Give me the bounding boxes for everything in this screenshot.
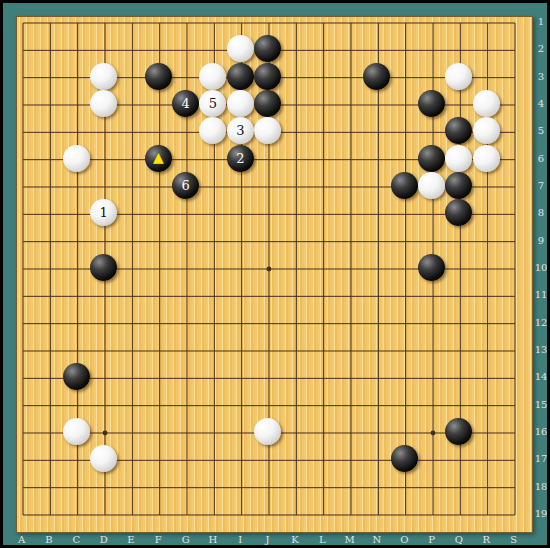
row-label-16: 16 — [533, 418, 549, 445]
column-label-Q: Q — [445, 533, 472, 547]
column-label-I: I — [227, 533, 254, 547]
stone-C14[interactable] — [63, 363, 90, 390]
column-label-S: S — [500, 533, 527, 547]
stone-Q3[interactable] — [445, 63, 472, 90]
column-label-H: H — [199, 533, 226, 547]
stone-D8[interactable]: 1 — [90, 199, 117, 226]
stone-P10[interactable] — [418, 254, 445, 281]
stone-Q8[interactable] — [445, 199, 472, 226]
stone-N3[interactable] — [363, 63, 390, 90]
column-label-B: B — [35, 533, 62, 547]
column-label-C: C — [63, 533, 90, 547]
stone-D4[interactable] — [90, 90, 117, 117]
move-number: 3 — [236, 124, 244, 137]
column-label-G: G — [172, 533, 199, 547]
stone-J16[interactable] — [254, 418, 281, 445]
stone-I2[interactable] — [227, 35, 254, 62]
row-label-18: 18 — [533, 473, 549, 500]
column-label-L: L — [309, 533, 336, 547]
column-label-D: D — [90, 533, 117, 547]
row-label-10: 10 — [533, 254, 549, 281]
row-label-4: 4 — [533, 90, 549, 117]
row-label-2: 2 — [533, 35, 549, 62]
column-label-P: P — [418, 533, 445, 547]
stone-H4[interactable]: 5 — [199, 90, 226, 117]
stone-Q6[interactable] — [445, 145, 472, 172]
stone-H5[interactable] — [199, 117, 226, 144]
stone-J5[interactable] — [254, 117, 281, 144]
stone-R4[interactable] — [473, 90, 500, 117]
column-label-E: E — [117, 533, 144, 547]
stone-F3[interactable] — [145, 63, 172, 90]
triangle-marker-icon: ▲ — [153, 150, 164, 164]
move-number: 6 — [181, 179, 189, 192]
stone-O17[interactable] — [391, 445, 418, 472]
stone-G4[interactable]: 4 — [172, 90, 199, 117]
stone-J4[interactable] — [254, 90, 281, 117]
stone-D10[interactable] — [90, 254, 117, 281]
stone-P7[interactable] — [418, 172, 445, 199]
column-label-O: O — [391, 533, 418, 547]
stone-C16[interactable] — [63, 418, 90, 445]
row-label-17: 17 — [533, 445, 549, 472]
stone-P4[interactable] — [418, 90, 445, 117]
row-label-15: 15 — [533, 391, 549, 418]
column-label-K: K — [281, 533, 308, 547]
row-label-5: 5 — [533, 117, 549, 144]
stones-layer: 453▲261 — [8, 8, 528, 528]
column-label-N: N — [363, 533, 390, 547]
column-label-J: J — [254, 533, 281, 547]
row-label-9: 9 — [533, 227, 549, 254]
stone-J2[interactable] — [254, 35, 281, 62]
stone-Q7[interactable] — [445, 172, 472, 199]
stone-I3[interactable] — [227, 63, 254, 90]
stone-D3[interactable] — [90, 63, 117, 90]
stone-I6[interactable]: 2 — [227, 145, 254, 172]
stone-R5[interactable] — [473, 117, 500, 144]
stone-P6[interactable] — [418, 145, 445, 172]
row-labels: 12345678910111213141516171819 — [533, 8, 549, 528]
stone-R6[interactable] — [473, 145, 500, 172]
column-labels: ABCDEFGHIJKLMNOPQRS — [8, 533, 528, 547]
column-label-F: F — [145, 533, 172, 547]
row-label-3: 3 — [533, 63, 549, 90]
row-label-14: 14 — [533, 363, 549, 390]
move-number: 4 — [181, 97, 189, 110]
row-label-1: 1 — [533, 8, 549, 35]
stone-I4[interactable] — [227, 90, 254, 117]
row-label-19: 19 — [533, 500, 549, 527]
stone-Q16[interactable] — [445, 418, 472, 445]
stone-F6[interactable]: ▲ — [145, 145, 172, 172]
stone-D17[interactable] — [90, 445, 117, 472]
column-label-R: R — [473, 533, 500, 547]
stone-C6[interactable] — [63, 145, 90, 172]
row-label-12: 12 — [533, 309, 549, 336]
move-number: 5 — [209, 97, 217, 110]
go-board-app: 453▲261 ABCDEFGHIJKLMNOPQRS 123456789101… — [0, 0, 550, 548]
row-label-8: 8 — [533, 199, 549, 226]
stone-H3[interactable] — [199, 63, 226, 90]
stone-J3[interactable] — [254, 63, 281, 90]
row-label-13: 13 — [533, 336, 549, 363]
stone-Q5[interactable] — [445, 117, 472, 144]
move-number: 1 — [100, 206, 108, 219]
stone-I5[interactable]: 3 — [227, 117, 254, 144]
move-number: 2 — [236, 152, 244, 165]
stone-O7[interactable] — [391, 172, 418, 199]
row-label-7: 7 — [533, 172, 549, 199]
row-label-6: 6 — [533, 145, 549, 172]
stone-G7[interactable]: 6 — [172, 172, 199, 199]
row-label-11: 11 — [533, 281, 549, 308]
column-label-M: M — [336, 533, 363, 547]
column-label-A: A — [8, 533, 35, 547]
